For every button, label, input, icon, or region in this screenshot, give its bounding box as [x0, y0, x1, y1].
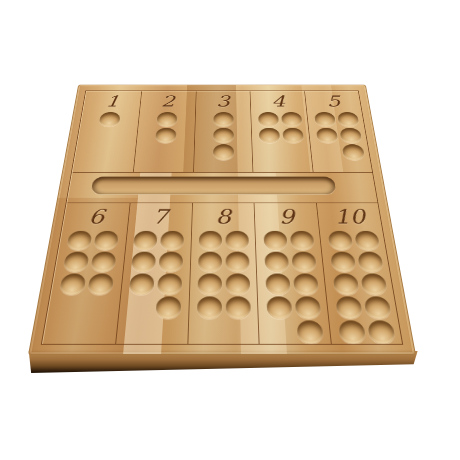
hole-9-c1r2[interactable] — [264, 252, 289, 272]
column-1: 1 — [73, 91, 141, 172]
hole-5-c1r1[interactable] — [314, 112, 336, 127]
product-photo-scene: 12345 678910 — [0, 0, 460, 460]
number-row-6-10: 678910 — [43, 203, 403, 344]
hole-10-c1r1[interactable] — [327, 231, 353, 250]
number-label-7: 7 — [128, 203, 192, 230]
number-label-8: 8 — [192, 203, 255, 230]
hole-9-c2r4[interactable] — [294, 296, 321, 318]
hole-7-c2r1[interactable] — [160, 231, 184, 250]
hole-6-c1r1[interactable] — [67, 231, 93, 250]
peg-tray-groove[interactable] — [91, 177, 336, 195]
hole-5-c1r2[interactable] — [316, 128, 338, 143]
hole-7-c1r1[interactable] — [133, 231, 158, 250]
hole-7-c1r2[interactable] — [131, 252, 156, 272]
hole-6-c1r3[interactable] — [59, 274, 86, 295]
hole-6-c1r2[interactable] — [63, 252, 90, 272]
hole-10-c1r4[interactable] — [335, 296, 363, 318]
column-5: 5 — [304, 91, 373, 172]
hole-2-c1r2[interactable] — [155, 128, 177, 143]
board-top-face: 12345 678910 — [28, 85, 416, 355]
hole-8-c2r4[interactable] — [226, 296, 251, 318]
hole-6-c2r2[interactable] — [91, 252, 117, 272]
hole-9-c2r5[interactable] — [296, 320, 323, 343]
hole-9-c1r1[interactable] — [263, 231, 287, 250]
column-8: 8 — [187, 203, 259, 344]
hole-5-c2r1[interactable] — [337, 112, 359, 127]
hole-8-c2r2[interactable] — [226, 252, 250, 272]
hole-10-c1r5[interactable] — [338, 320, 366, 343]
hole-4-c2r1[interactable] — [281, 112, 302, 127]
column-10: 10 — [316, 203, 403, 344]
number-row-1-5: 12345 — [73, 91, 373, 173]
hole-10-c2r5[interactable] — [367, 320, 396, 343]
hole-10-c1r2[interactable] — [330, 252, 356, 272]
hole-9-c2r1[interactable] — [290, 231, 315, 250]
hole-1-c1r1[interactable] — [99, 112, 121, 127]
column-2: 2 — [133, 91, 196, 172]
hole-10-c2r2[interactable] — [357, 252, 384, 272]
number-label-4: 4 — [251, 91, 307, 111]
hole-3-c1r1[interactable] — [213, 112, 233, 127]
hole-8-c1r1[interactable] — [199, 231, 222, 250]
hole-7-c1r3[interactable] — [129, 274, 155, 295]
hole-4-c2r2[interactable] — [282, 128, 304, 143]
number-label-2: 2 — [140, 91, 196, 111]
hole-8-c1r4[interactable] — [197, 296, 222, 318]
hole-8-c2r3[interactable] — [226, 274, 251, 295]
number-label-1: 1 — [83, 91, 141, 111]
number-label-6: 6 — [63, 203, 130, 230]
hole-8-c1r3[interactable] — [197, 274, 222, 295]
hole-3-c1r2[interactable] — [213, 128, 234, 143]
hole-9-c2r2[interactable] — [291, 252, 316, 272]
hole-9-c2r3[interactable] — [293, 274, 319, 295]
hole-9-c1r4[interactable] — [266, 296, 292, 318]
hole-5-c2r3[interactable] — [341, 144, 364, 160]
hole-4-c1r2[interactable] — [259, 128, 280, 143]
hole-7-c2r4[interactable] — [156, 296, 182, 318]
hole-6-c2r3[interactable] — [88, 274, 115, 295]
hole-7-c2r3[interactable] — [157, 274, 182, 295]
column-3: 3 — [193, 91, 253, 172]
number-label-9: 9 — [255, 203, 319, 230]
hole-7-c2r2[interactable] — [159, 252, 184, 272]
hole-5-c2r2[interactable] — [339, 128, 362, 143]
number-label-5: 5 — [305, 91, 362, 111]
hole-10-c2r3[interactable] — [360, 274, 388, 295]
hole-10-c2r1[interactable] — [354, 231, 380, 250]
hole-6-c2r1[interactable] — [94, 231, 120, 250]
hole-2-c1r1[interactable] — [157, 112, 178, 127]
hole-9-c1r3[interactable] — [265, 274, 290, 295]
hole-3-c1r3[interactable] — [213, 144, 234, 160]
column-7: 7 — [115, 203, 192, 344]
hole-8-c1r2[interactable] — [198, 252, 222, 272]
hole-10-c2r4[interactable] — [363, 296, 391, 318]
column-4: 4 — [250, 91, 313, 172]
hole-4-c1r1[interactable] — [258, 112, 279, 127]
counting-board: 12345 678910 — [28, 85, 416, 355]
hole-8-c2r1[interactable] — [226, 231, 249, 250]
hole-10-c1r3[interactable] — [332, 274, 359, 295]
number-label-10: 10 — [317, 203, 383, 230]
number-label-3: 3 — [196, 91, 251, 111]
